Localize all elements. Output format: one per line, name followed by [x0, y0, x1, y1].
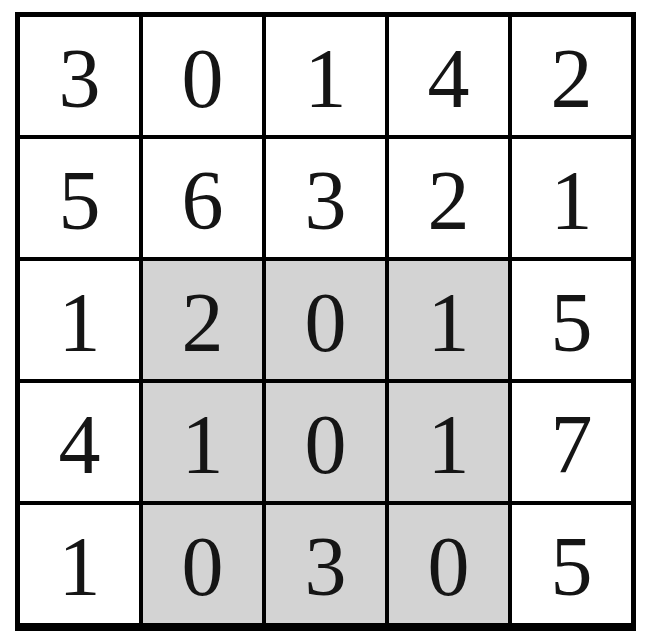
- cell-r2c1: 5: [20, 139, 139, 257]
- cell-r4c3: 0: [266, 383, 385, 501]
- cell-r2c4: 2: [389, 139, 508, 257]
- cell-r3c5: 5: [512, 261, 631, 379]
- cell-r5c3: 3: [266, 505, 385, 623]
- cell-r2c2: 6: [143, 139, 262, 257]
- cell-r1c3: 1: [266, 17, 385, 135]
- number-grid-board: 3014256321120154101710305: [15, 12, 636, 631]
- cell-r1c1: 3: [20, 17, 139, 135]
- cell-r4c2: 1: [143, 383, 262, 501]
- cell-r5c2: 0: [143, 505, 262, 623]
- cell-r3c2: 2: [143, 261, 262, 379]
- cell-r5c1: 1: [20, 505, 139, 623]
- cell-r3c1: 1: [20, 261, 139, 379]
- cell-r4c5: 7: [512, 383, 631, 501]
- page: 3014256321120154101710305: [0, 0, 651, 641]
- cell-r3c4: 1: [389, 261, 508, 379]
- cell-r2c3: 3: [266, 139, 385, 257]
- cell-r4c1: 4: [20, 383, 139, 501]
- cell-r1c2: 0: [143, 17, 262, 135]
- cell-r1c4: 4: [389, 17, 508, 135]
- cell-r5c5: 5: [512, 505, 631, 623]
- cell-r3c3: 0: [266, 261, 385, 379]
- cell-r1c5: 2: [512, 17, 631, 135]
- cell-r4c4: 1: [389, 383, 508, 501]
- cell-r2c5: 1: [512, 139, 631, 257]
- cell-r5c4: 0: [389, 505, 508, 623]
